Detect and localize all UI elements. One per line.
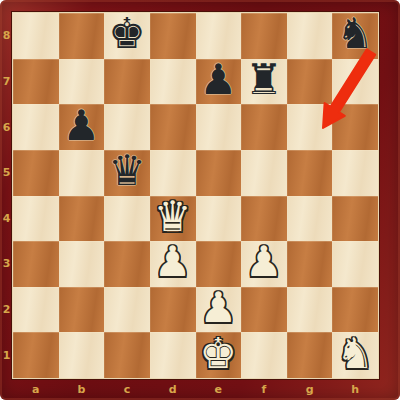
square-h6[interactable] [332,104,378,150]
square-e5[interactable] [196,150,242,196]
square-h2[interactable] [332,287,378,333]
square-d1[interactable] [150,332,196,378]
square-f5[interactable] [241,150,287,196]
rank-label-8: 8 [0,13,13,59]
square-h3[interactable] [332,241,378,287]
square-b5[interactable] [59,150,105,196]
square-g5[interactable] [287,150,333,196]
square-g2[interactable] [287,287,333,333]
white-knight-piece[interactable]: ♞ [336,333,374,375]
file-label-b: b [59,378,105,400]
square-b2[interactable] [59,287,105,333]
square-e2[interactable]: ♟ [196,287,242,333]
square-g4[interactable] [287,196,333,242]
square-b8[interactable] [59,13,105,59]
square-d6[interactable] [150,104,196,150]
square-c8[interactable]: ♚ [104,13,150,59]
square-f2[interactable] [241,287,287,333]
rank-label-3: 3 [0,241,13,287]
file-label-c: c [104,378,150,400]
square-g1[interactable] [287,332,333,378]
square-e7[interactable]: ♟ [196,59,242,105]
square-g6[interactable] [287,104,333,150]
square-d8[interactable] [150,13,196,59]
rank-label-2: 2 [0,287,13,333]
square-c1[interactable] [104,332,150,378]
square-a4[interactable] [13,196,59,242]
file-label-f: f [241,378,287,400]
file-label-e: e [196,378,242,400]
square-h8[interactable]: ♞ [332,13,378,59]
file-label-d: d [150,378,196,400]
white-pawn-piece[interactable]: ♟ [154,241,192,283]
square-c3[interactable] [104,241,150,287]
chess-board-frame: 87654321 abcdefgh ♚♞♟♜♟♛♛♟♟♟♚♞ [0,0,400,400]
square-a7[interactable] [13,59,59,105]
black-pawn-piece[interactable]: ♟ [63,105,101,147]
chess-board: ♚♞♟♜♟♛♛♟♟♟♚♞ [13,13,378,378]
square-f8[interactable] [241,13,287,59]
square-a3[interactable] [13,241,59,287]
square-e1[interactable]: ♚ [196,332,242,378]
square-f1[interactable] [241,332,287,378]
square-a8[interactable] [13,13,59,59]
square-d3[interactable]: ♟ [150,241,196,287]
square-b7[interactable] [59,59,105,105]
square-f3[interactable]: ♟ [241,241,287,287]
black-queen-piece[interactable]: ♛ [108,150,146,192]
square-e8[interactable] [196,13,242,59]
square-f4[interactable] [241,196,287,242]
square-f7[interactable]: ♜ [241,59,287,105]
square-g3[interactable] [287,241,333,287]
rank-label-7: 7 [0,59,13,105]
square-c4[interactable] [104,196,150,242]
square-d5[interactable] [150,150,196,196]
rank-label-4: 4 [0,196,13,242]
black-pawn-piece[interactable]: ♟ [199,59,237,101]
square-h7[interactable] [332,59,378,105]
file-label-h: h [332,378,378,400]
white-king-piece[interactable]: ♚ [199,333,237,375]
black-king-piece[interactable]: ♚ [108,13,146,55]
square-e4[interactable] [196,196,242,242]
square-a2[interactable] [13,287,59,333]
square-f6[interactable] [241,104,287,150]
black-rook-piece[interactable]: ♜ [245,59,283,101]
square-h1[interactable]: ♞ [332,332,378,378]
square-g7[interactable] [287,59,333,105]
rank-label-1: 1 [0,332,13,378]
square-c7[interactable] [104,59,150,105]
square-a1[interactable] [13,332,59,378]
square-h4[interactable] [332,196,378,242]
square-c2[interactable] [104,287,150,333]
square-e6[interactable] [196,104,242,150]
white-pawn-piece[interactable]: ♟ [245,241,283,283]
square-c6[interactable] [104,104,150,150]
white-pawn-piece[interactable]: ♟ [199,287,237,329]
square-b3[interactable] [59,241,105,287]
square-a5[interactable] [13,150,59,196]
black-knight-piece[interactable]: ♞ [336,13,374,55]
rank-label-5: 5 [0,150,13,196]
square-e3[interactable] [196,241,242,287]
square-g8[interactable] [287,13,333,59]
square-c5[interactable]: ♛ [104,150,150,196]
rank-label-6: 6 [0,104,13,150]
square-b6[interactable]: ♟ [59,104,105,150]
square-b4[interactable] [59,196,105,242]
file-label-a: a [13,378,59,400]
square-h5[interactable] [332,150,378,196]
square-d4[interactable]: ♛ [150,196,196,242]
square-d7[interactable] [150,59,196,105]
square-a6[interactable] [13,104,59,150]
square-d2[interactable] [150,287,196,333]
file-label-g: g [287,378,333,400]
rank-labels: 87654321 [0,13,13,378]
file-labels: abcdefgh [13,378,378,400]
square-b1[interactable] [59,332,105,378]
white-queen-piece[interactable]: ♛ [154,196,192,238]
